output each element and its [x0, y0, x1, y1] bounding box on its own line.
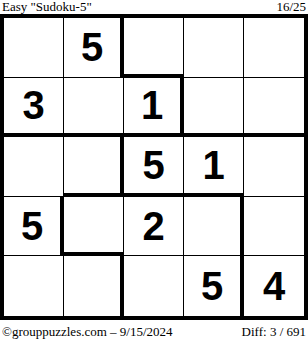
cell-r5c1[interactable] — [4, 256, 64, 316]
puzzle-progress: 16/25 — [276, 0, 306, 14]
cell-r3c3[interactable]: 5 — [124, 137, 184, 197]
cell-r1c1[interactable] — [4, 18, 64, 78]
cell-r4c3[interactable]: 2 — [124, 197, 184, 257]
cell-r2c4[interactable] — [184, 78, 244, 138]
cell-r3c2[interactable] — [64, 137, 124, 197]
cell-r5c2[interactable] — [64, 256, 124, 316]
cell-r1c4[interactable] — [184, 18, 244, 78]
copyright-credit: ©grouppuzzles.com – 9/15/2024 — [2, 324, 173, 339]
footer: ©grouppuzzles.com – 9/15/2024 Diff: 3 / … — [0, 320, 308, 343]
puzzle-title: Easy "Sudoku-5" — [2, 0, 92, 14]
cell-r1c2[interactable]: 5 — [64, 18, 124, 78]
cell-r2c2[interactable] — [64, 78, 124, 138]
cell-r1c3[interactable] — [124, 18, 184, 78]
cell-r5c4[interactable]: 5 — [184, 256, 244, 316]
cell-r4c2[interactable] — [64, 197, 124, 257]
cell-r5c5[interactable]: 4 — [244, 256, 304, 316]
sudoku-board: 531515254 — [0, 14, 308, 320]
cell-r4c4[interactable] — [184, 197, 244, 257]
cell-r2c3[interactable]: 1 — [124, 78, 184, 138]
cell-r2c1[interactable]: 3 — [4, 78, 64, 138]
cell-r3c4[interactable]: 1 — [184, 137, 244, 197]
cell-r4c1[interactable]: 5 — [4, 197, 64, 257]
cell-r3c1[interactable] — [4, 137, 64, 197]
puzzle-page: Easy "Sudoku-5" 16/25 531515254 ©grouppu… — [0, 0, 308, 343]
header: Easy "Sudoku-5" 16/25 — [0, 0, 308, 14]
difficulty-label: Diff: 3 / 691 — [242, 324, 306, 339]
cell-r2c5[interactable] — [244, 78, 304, 138]
cell-r1c5[interactable] — [244, 18, 304, 78]
cell-r5c3[interactable] — [124, 256, 184, 316]
cell-r4c5[interactable] — [244, 197, 304, 257]
cell-r3c5[interactable] — [244, 137, 304, 197]
